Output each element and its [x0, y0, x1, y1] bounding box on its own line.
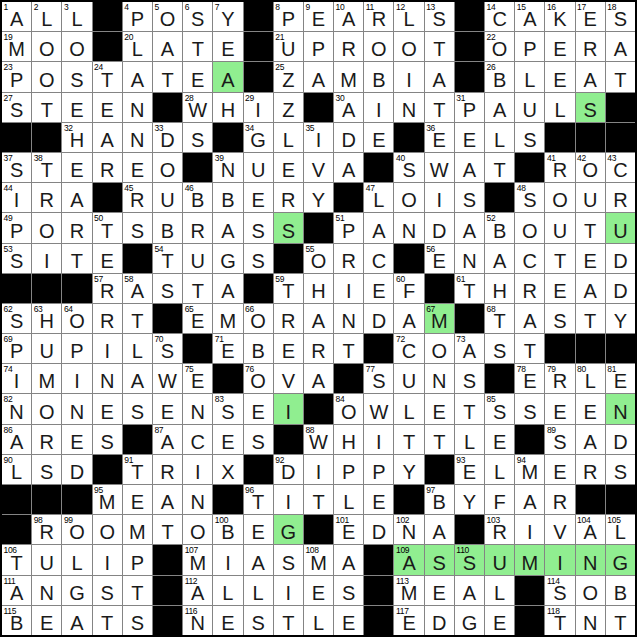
cell-r19c9: A: [244, 545, 273, 574]
letter-r12c14: C: [402, 341, 416, 363]
cell-r6c9: U: [244, 153, 273, 182]
letter-r16c21: S: [614, 462, 627, 484]
cell-r3c5: A: [123, 62, 152, 91]
letter-r12c2: U: [40, 341, 54, 363]
letter-r1c6: O: [160, 9, 176, 31]
letter-r3c21: T: [614, 70, 626, 92]
black-cell-r1c16: [455, 2, 484, 31]
letter-r3c19: E: [553, 70, 566, 92]
cell-r8c20: T: [576, 213, 605, 242]
letter-r12c5: L: [132, 341, 143, 363]
cell-r12c9: B: [244, 334, 273, 363]
cell-r14c15: E: [425, 394, 454, 423]
cell-r1c21: 18S: [606, 2, 635, 31]
clue-number-99: 99: [64, 515, 73, 525]
cell-r12c2: U: [32, 334, 61, 363]
letter-r8c16: A: [463, 221, 476, 243]
cell-r14c6: E: [153, 394, 182, 423]
letter-r15c4: S: [100, 432, 113, 454]
letter-r15c8: E: [221, 432, 234, 454]
black-cell-r5c21: [606, 123, 635, 152]
letter-r8c7: R: [191, 221, 205, 243]
cell-r9c1: 53S: [2, 244, 31, 273]
cell-r4c8: H: [213, 93, 242, 122]
letter-r12c4: I: [104, 341, 110, 363]
letter-r13c10: V: [282, 371, 295, 393]
cell-r15c6: 87A: [153, 425, 182, 454]
letter-r4c7: W: [188, 100, 207, 122]
letter-r15c11: W: [309, 432, 328, 454]
black-cell-r10c15: [425, 274, 454, 303]
letter-r17c7: N: [191, 492, 205, 514]
cell-r4c5: N: [123, 93, 152, 122]
letter-r7c15: I: [436, 190, 442, 212]
cell-r8c17: 52B: [485, 213, 514, 242]
cell-r3c8: A: [213, 62, 242, 91]
cell-r2c15: T: [425, 32, 454, 61]
letter-r18c20: A: [584, 522, 597, 544]
cell-r10c4: 57R: [93, 274, 122, 303]
cell-r17c7: N: [183, 485, 212, 514]
letter-r19c15: S: [433, 553, 446, 575]
letter-r10c18: R: [523, 281, 537, 303]
letter-r21c20: N: [583, 613, 597, 635]
cell-r18c19: V: [545, 515, 574, 544]
letter-r16c11: I: [316, 462, 322, 484]
letter-r1c20: E: [584, 9, 597, 31]
letter-r8c4: T: [101, 221, 113, 243]
letter-r8c18: O: [522, 221, 538, 243]
cell-r20c3: G: [62, 576, 91, 605]
letter-r14c7: N: [191, 402, 205, 424]
letter-r14c15: E: [433, 402, 446, 424]
clue-number-20: 20: [124, 32, 133, 42]
letter-r12c11: R: [311, 341, 325, 363]
cell-r14c3: N: [62, 394, 91, 423]
cell-r20c19: 114S: [545, 576, 574, 605]
cell-r9c8: G: [213, 244, 242, 273]
letter-r11c20: T: [584, 311, 596, 333]
letter-r15c14: T: [403, 432, 415, 454]
letter-r6c5: E: [131, 160, 144, 182]
clue-number-88: 88: [305, 425, 314, 435]
black-cell-r16c4: [93, 455, 122, 484]
black-cell-r13c8: [213, 364, 242, 393]
black-cell-r12c7: [183, 334, 212, 363]
clue-number-62: 62: [4, 304, 13, 314]
letter-r2c13: O: [371, 39, 387, 61]
letter-r13c16: S: [463, 371, 476, 393]
cell-r15c7: C: [183, 425, 212, 454]
letter-r12c8: E: [221, 341, 234, 363]
letter-r8c6: B: [161, 221, 174, 243]
letter-r21c5: S: [131, 613, 144, 635]
black-cell-r17c2: [32, 485, 61, 514]
black-cell-r13c17: [485, 364, 514, 393]
letter-r8c1: P: [10, 221, 23, 243]
cell-r8c5: S: [123, 213, 152, 242]
cell-r12c11: R: [304, 334, 333, 363]
clue-number-107: 107: [185, 545, 198, 555]
cell-r16c7: I: [183, 455, 212, 484]
letter-r10c11: H: [311, 281, 325, 303]
cell-r17c11: T: [304, 485, 333, 514]
cell-r7c13: 47L: [364, 183, 393, 212]
cell-r7c10: R: [274, 183, 303, 212]
letter-r17c6: A: [161, 492, 174, 514]
letter-r16c5: T: [131, 462, 143, 484]
letter-r19c21: G: [613, 553, 629, 575]
cell-r12c10: E: [274, 334, 303, 363]
clue-number-71: 71: [215, 334, 224, 344]
cell-r14c1: 82N: [2, 394, 31, 423]
letter-r17c18: A: [523, 492, 536, 514]
clue-number-14: 14: [487, 2, 496, 12]
letter-r11c13: D: [372, 311, 386, 333]
letter-r11c19: S: [553, 311, 566, 333]
letter-r13c1: I: [14, 371, 20, 393]
clue-number-67: 67: [426, 304, 435, 314]
cell-r18c20: 104A: [576, 515, 605, 544]
cell-r18c2: 98R: [32, 515, 61, 544]
cell-r19c5: P: [123, 545, 152, 574]
clue-number-113: 113: [396, 576, 409, 586]
cell-r7c21: R: [606, 183, 635, 212]
cell-r1c7: 6S: [183, 2, 212, 31]
letter-r19c11: M: [310, 553, 327, 575]
clue-number-63: 63: [34, 304, 43, 314]
cell-r19c15: S: [425, 545, 454, 574]
letter-r4c4: E: [100, 100, 113, 122]
letter-r20c15: E: [433, 583, 446, 605]
black-cell-r11c16: [455, 304, 484, 333]
letter-r12c9: B: [251, 341, 264, 363]
letter-r12c12: T: [343, 341, 355, 363]
letter-r18c6: T: [161, 522, 173, 544]
cell-r20c17: L: [485, 576, 514, 605]
cell-r16c8: X: [213, 455, 242, 484]
clue-number-80: 80: [577, 364, 586, 374]
cell-r19c11: 108M: [304, 545, 333, 574]
black-cell-r14c11: [304, 394, 333, 423]
clue-number-47: 47: [366, 183, 375, 193]
cell-r8c16: A: [455, 213, 484, 242]
cell-r6c17: T: [485, 153, 514, 182]
cell-r21c14: 117E: [394, 606, 423, 635]
letter-r5c4: A: [100, 130, 113, 152]
letter-r19c19: I: [557, 553, 563, 575]
clue-number-73: 73: [456, 334, 465, 344]
letter-r14c16: T: [463, 402, 475, 424]
letter-r6c4: R: [100, 160, 114, 182]
letter-r15c1: A: [10, 432, 23, 454]
cell-r12c6: 70S: [153, 334, 182, 363]
letter-r10c21: D: [613, 281, 627, 303]
cell-r5c17: L: [485, 123, 514, 152]
letter-r7c18: S: [523, 190, 536, 212]
letter-r1c14: L: [404, 9, 415, 31]
cell-r10c11: H: [304, 274, 333, 303]
cell-r9c6: 54T: [153, 244, 182, 273]
clue-number-105: 105: [607, 515, 620, 525]
cell-r8c8: A: [213, 213, 242, 242]
cell-r13c2: M: [32, 364, 61, 393]
black-cell-r17c21: [606, 485, 635, 514]
cell-r20c15: E: [425, 576, 454, 605]
cell-r21c7: 116N: [183, 606, 212, 635]
cell-r12c17: S: [485, 334, 514, 363]
cell-r15c1: 86A: [2, 425, 31, 454]
cell-r20c10: I: [274, 576, 303, 605]
letter-r9c9: S: [251, 251, 264, 273]
black-cell-r21c6: [153, 606, 182, 635]
cell-r21c1: 115B: [2, 606, 31, 635]
letter-r13c19: R: [553, 371, 567, 393]
letter-r7c5: R: [130, 190, 144, 212]
cell-r9c17: A: [485, 244, 514, 273]
letter-r3c3: S: [70, 70, 83, 92]
cell-r11c3: 64O: [62, 304, 91, 333]
clue-number-97: 97: [426, 485, 435, 495]
letter-r10c14: F: [403, 281, 415, 303]
letter-r2c15: T: [433, 39, 445, 61]
black-cell-r17c20: [576, 485, 605, 514]
cell-r8c3: R: [62, 213, 91, 242]
black-cell-r10c1: [2, 274, 31, 303]
cell-r5c18: S: [515, 123, 544, 152]
cell-r1c3: 3L: [62, 2, 91, 31]
cell-r6c12: A: [334, 153, 363, 182]
cell-r2c7: T: [183, 32, 212, 61]
letter-r15c3: E: [70, 432, 83, 454]
cell-r13c18: 78E: [515, 364, 544, 393]
black-cell-r4c11: [304, 93, 333, 122]
letter-r16c18: M: [521, 462, 538, 484]
letter-r10c4: R: [100, 281, 114, 303]
black-cell-r6c13: [364, 153, 393, 182]
letter-r8c19: U: [553, 221, 567, 243]
cell-r9c19: T: [545, 244, 574, 273]
letter-r5c3: H: [70, 130, 84, 152]
letter-r16c7: I: [195, 462, 201, 484]
letter-r8c5: S: [131, 221, 144, 243]
letter-r16c8: X: [221, 462, 234, 484]
clue-number-23: 23: [4, 62, 13, 72]
letter-r9c3: T: [71, 251, 83, 273]
cell-r1c18: 15A: [515, 2, 544, 31]
cell-r8c4: 50T: [93, 213, 122, 242]
letter-r4c20: S: [584, 100, 597, 122]
letter-r2c8: E: [221, 39, 234, 61]
letter-r10c5: A: [131, 281, 144, 303]
black-cell-r18c11: [304, 515, 333, 544]
cell-r3c1: 23P: [2, 62, 31, 91]
clue-number-87: 87: [154, 425, 163, 435]
cell-r7c9: E: [244, 183, 273, 212]
letter-r14c17: S: [493, 402, 506, 424]
letter-r4c2: T: [41, 100, 53, 122]
letter-r15c20: A: [584, 432, 597, 454]
letter-r13c14: U: [402, 371, 416, 393]
clue-number-52: 52: [487, 213, 496, 223]
cell-r21c11: L: [304, 606, 333, 635]
cell-r13c20: 80L: [576, 364, 605, 393]
cell-r18c6: T: [153, 515, 182, 544]
cell-r15c17: E: [485, 425, 514, 454]
letter-r4c5: N: [130, 100, 144, 122]
black-cell-r16c9: [244, 455, 273, 484]
cell-r19c20: N: [576, 545, 605, 574]
cell-r2c1: 19M: [2, 32, 31, 61]
clue-number-68: 68: [487, 304, 496, 314]
letter-r20c12: S: [342, 583, 355, 605]
cell-r4c2: T: [32, 93, 61, 122]
cell-r10c7: T: [183, 274, 212, 303]
cell-r17c5: E: [123, 485, 152, 514]
cell-r6c5: E: [123, 153, 152, 182]
clue-number-4: 4: [124, 2, 128, 12]
letter-r13c7: E: [191, 371, 204, 393]
clue-number-28: 28: [185, 93, 194, 103]
letter-r15c6: A: [161, 432, 174, 454]
letter-r6c11: V: [312, 160, 325, 182]
letter-r8c10: S: [282, 221, 295, 243]
cell-r17c6: A: [153, 485, 182, 514]
letter-r10c20: A: [584, 281, 597, 303]
letter-r19c14: A: [402, 553, 415, 575]
letter-r14c12: O: [341, 402, 357, 424]
letter-r4c12: A: [342, 100, 355, 122]
letter-r3c17: B: [493, 70, 506, 92]
cell-r8c18: O: [515, 213, 544, 242]
cell-r18c8: 100B: [213, 515, 242, 544]
letter-r15c13: I: [376, 432, 382, 454]
letter-r14c2: O: [39, 402, 55, 424]
letter-r16c1: L: [11, 462, 22, 484]
clue-number-79: 79: [547, 364, 556, 374]
cell-r4c18: U: [515, 93, 544, 122]
black-cell-r5c19: [545, 123, 574, 152]
cell-r1c11: 9E: [304, 2, 333, 31]
cell-r3c10: 25Z: [274, 62, 303, 91]
letter-r1c15: S: [433, 9, 446, 31]
cell-r15c20: A: [576, 425, 605, 454]
letter-r9c18: C: [523, 251, 537, 273]
cell-r4c4: E: [93, 93, 122, 122]
letter-r18c18: I: [527, 522, 533, 544]
letter-r18c5: M: [129, 522, 146, 544]
black-cell-r10c2: [32, 274, 61, 303]
letter-r2c6: A: [161, 39, 174, 61]
cell-r10c5: 58A: [123, 274, 152, 303]
letter-r21c12: E: [342, 613, 355, 635]
letter-r9c15: E: [433, 251, 446, 273]
clue-number-2: 2: [34, 2, 38, 12]
clue-number-98: 98: [34, 515, 43, 525]
cell-r8c14: N: [394, 213, 423, 242]
cell-r17c19: R: [545, 485, 574, 514]
clue-number-35: 35: [305, 123, 314, 133]
cell-r6c14: 40S: [394, 153, 423, 182]
cell-r21c17: E: [485, 606, 514, 635]
black-cell-r7c12: [334, 183, 363, 212]
cell-r11c4: R: [93, 304, 122, 333]
cell-r3c3: S: [62, 62, 91, 91]
letter-r9c11: O: [311, 251, 327, 273]
cell-r10c10: 59T: [274, 274, 303, 303]
letter-r20c10: I: [286, 583, 292, 605]
cell-r21c21: T: [606, 606, 635, 635]
cell-r15c4: S: [93, 425, 122, 454]
letter-r2c21: A: [614, 39, 627, 61]
cell-r1c10: 8P: [274, 2, 303, 31]
cell-r7c6: U: [153, 183, 182, 212]
cell-r2c21: A: [606, 32, 635, 61]
cell-r4c20: S: [576, 93, 605, 122]
letter-r9c12: R: [341, 251, 355, 273]
cell-r12c8: 71E: [213, 334, 242, 363]
letter-r1c1: A: [10, 9, 23, 31]
letter-r1c19: K: [553, 9, 566, 31]
black-cell-r3c9: [244, 62, 273, 91]
cell-r8c12: 51P: [334, 213, 363, 242]
letter-r8c15: D: [432, 221, 446, 243]
cell-r13c19: 79R: [545, 364, 574, 393]
letter-r13c13: S: [372, 371, 385, 393]
letter-r6c10: E: [282, 160, 295, 182]
cell-r1c6: 5O: [153, 2, 182, 31]
letter-r19c2: U: [40, 553, 54, 575]
letter-r18c19: V: [553, 522, 566, 544]
letter-r18c10: G: [281, 522, 297, 544]
cell-r14c8: 83S: [213, 394, 242, 423]
cell-r9c18: C: [515, 244, 544, 273]
clue-number-115: 115: [4, 606, 17, 616]
letter-r5c12: D: [341, 130, 355, 152]
letter-r15c2: R: [40, 432, 54, 454]
cell-r20c21: B: [606, 576, 635, 605]
cell-r13c15: N: [425, 364, 454, 393]
letter-r8c2: O: [39, 221, 55, 243]
letter-r10c19: E: [553, 281, 566, 303]
cell-r9c2: I: [32, 244, 61, 273]
cell-r7c11: Y: [304, 183, 333, 212]
clue-number-75: 75: [185, 364, 194, 374]
cell-r15c15: T: [425, 425, 454, 454]
letter-r21c3: A: [70, 613, 83, 635]
cell-r11c2: 63H: [32, 304, 61, 333]
letter-r11c21: Y: [614, 311, 627, 333]
clue-number-41: 41: [547, 153, 556, 163]
letter-r21c14: E: [402, 613, 415, 635]
cell-r18c14: 102N: [394, 515, 423, 544]
letter-r15c7: C: [191, 432, 205, 454]
letter-r17c4: M: [99, 492, 116, 514]
clue-number-39: 39: [215, 153, 224, 163]
letter-r4c17: A: [493, 100, 506, 122]
cell-r5c11: 35I: [304, 123, 333, 152]
cell-r4c1: 27S: [2, 93, 31, 122]
black-cell-r20c18: [515, 576, 544, 605]
clue-number-89: 89: [547, 425, 556, 435]
cell-r3c15: A: [425, 62, 454, 91]
letter-r11c5: T: [131, 311, 143, 333]
letter-r6c8: N: [221, 160, 235, 182]
cell-r14c12: 84O: [334, 394, 363, 423]
letter-r9c6: T: [161, 251, 173, 273]
clue-number-50: 50: [94, 213, 103, 223]
cell-r16c19: E: [545, 455, 574, 484]
